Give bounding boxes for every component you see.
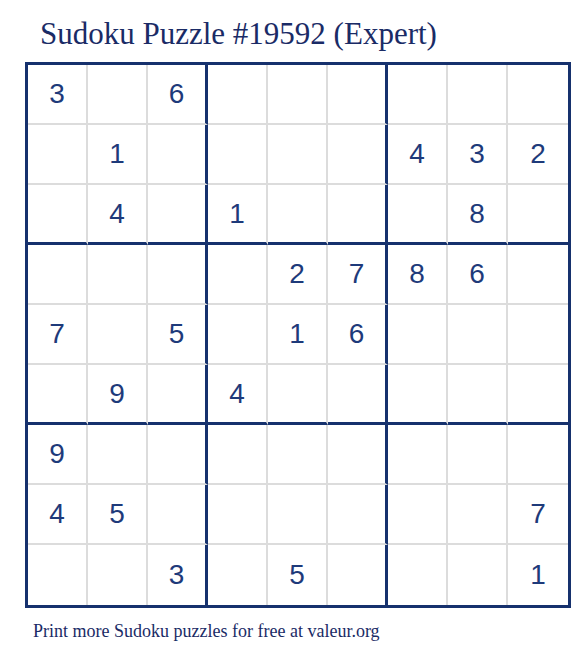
sudoku-cell-r6c3[interactable]	[148, 365, 208, 425]
sudoku-cell-r3c2[interactable]: 4	[88, 185, 148, 245]
sudoku-cell-r6c9[interactable]	[508, 365, 568, 425]
sudoku-cell-r8c2[interactable]: 5	[88, 485, 148, 545]
sudoku-cell-r6c4[interactable]: 4	[208, 365, 268, 425]
sudoku-cell-r4c7[interactable]: 8	[388, 245, 448, 305]
sudoku-board: 36143241827867516949457351	[25, 62, 571, 608]
sudoku-cell-r1c8[interactable]	[448, 65, 508, 125]
sudoku-cell-r1c4[interactable]	[208, 65, 268, 125]
sudoku-cell-r5c8[interactable]	[448, 305, 508, 365]
sudoku-cell-r5c9[interactable]	[508, 305, 568, 365]
sudoku-cell-r2c8[interactable]: 3	[448, 125, 508, 185]
sudoku-cell-r1c5[interactable]	[268, 65, 328, 125]
footer-text: Print more Sudoku puzzles for free at va…	[33, 621, 580, 642]
sudoku-cell-r7c5[interactable]	[268, 425, 328, 485]
sudoku-cell-r7c2[interactable]	[88, 425, 148, 485]
sudoku-cell-r7c1[interactable]: 9	[28, 425, 88, 485]
sudoku-cell-r8c5[interactable]	[268, 485, 328, 545]
sudoku-cell-r3c7[interactable]	[388, 185, 448, 245]
sudoku-cell-r4c1[interactable]	[28, 245, 88, 305]
sudoku-cell-r6c2[interactable]: 9	[88, 365, 148, 425]
sudoku-cell-r9c4[interactable]	[208, 545, 268, 605]
sudoku-cell-r9c1[interactable]	[28, 545, 88, 605]
sudoku-cell-r7c4[interactable]	[208, 425, 268, 485]
sudoku-cell-r1c3[interactable]: 6	[148, 65, 208, 125]
sudoku-cell-r4c4[interactable]	[208, 245, 268, 305]
sudoku-cell-r3c6[interactable]	[328, 185, 388, 245]
sudoku-cell-r8c1[interactable]: 4	[28, 485, 88, 545]
sudoku-cell-r7c7[interactable]	[388, 425, 448, 485]
sudoku-cell-r5c5[interactable]: 1	[268, 305, 328, 365]
sudoku-cell-r2c1[interactable]	[28, 125, 88, 185]
sudoku-cell-r9c2[interactable]	[88, 545, 148, 605]
sudoku-cell-r4c6[interactable]: 7	[328, 245, 388, 305]
sudoku-cell-r8c8[interactable]	[448, 485, 508, 545]
sudoku-cell-r3c1[interactable]	[28, 185, 88, 245]
sudoku-cell-r3c9[interactable]	[508, 185, 568, 245]
sudoku-cell-r8c4[interactable]	[208, 485, 268, 545]
sudoku-cell-r9c5[interactable]: 5	[268, 545, 328, 605]
sudoku-cell-r1c9[interactable]	[508, 65, 568, 125]
sudoku-cell-r1c7[interactable]	[388, 65, 448, 125]
sudoku-cell-r8c9[interactable]: 7	[508, 485, 568, 545]
sudoku-cell-r9c9[interactable]: 1	[508, 545, 568, 605]
sudoku-cell-r3c5[interactable]	[268, 185, 328, 245]
sudoku-cell-r6c7[interactable]	[388, 365, 448, 425]
sudoku-cell-r5c1[interactable]: 7	[28, 305, 88, 365]
sudoku-cell-r8c3[interactable]	[148, 485, 208, 545]
sudoku-cell-r1c1[interactable]: 3	[28, 65, 88, 125]
sudoku-cell-r3c4[interactable]: 1	[208, 185, 268, 245]
sudoku-cell-r1c6[interactable]	[328, 65, 388, 125]
sudoku-cell-r3c8[interactable]: 8	[448, 185, 508, 245]
sudoku-cell-r5c7[interactable]	[388, 305, 448, 365]
sudoku-cell-r2c2[interactable]: 1	[88, 125, 148, 185]
sudoku-cell-r2c3[interactable]	[148, 125, 208, 185]
sudoku-cell-r2c5[interactable]	[268, 125, 328, 185]
sudoku-cell-r5c4[interactable]	[208, 305, 268, 365]
sudoku-cell-r6c6[interactable]	[328, 365, 388, 425]
page-title: Sudoku Puzzle #19592 (Expert)	[40, 16, 580, 51]
sudoku-cell-r8c6[interactable]	[328, 485, 388, 545]
sudoku-cell-r7c6[interactable]	[328, 425, 388, 485]
sudoku-cell-r5c2[interactable]	[88, 305, 148, 365]
sudoku-cell-r4c3[interactable]	[148, 245, 208, 305]
sudoku-cell-r1c2[interactable]	[88, 65, 148, 125]
sudoku-cell-r4c5[interactable]: 2	[268, 245, 328, 305]
sudoku-cell-r2c7[interactable]: 4	[388, 125, 448, 185]
sudoku-cell-r6c8[interactable]	[448, 365, 508, 425]
sudoku-cell-r5c3[interactable]: 5	[148, 305, 208, 365]
sudoku-cell-r6c1[interactable]	[28, 365, 88, 425]
sudoku-cell-r6c5[interactable]	[268, 365, 328, 425]
sudoku-cell-r7c9[interactable]	[508, 425, 568, 485]
sudoku-cell-r2c9[interactable]: 2	[508, 125, 568, 185]
sudoku-cell-r2c6[interactable]	[328, 125, 388, 185]
sudoku-cell-r4c2[interactable]	[88, 245, 148, 305]
sudoku-cell-r9c8[interactable]	[448, 545, 508, 605]
sudoku-cell-r5c6[interactable]: 6	[328, 305, 388, 365]
sudoku-cell-r9c7[interactable]	[388, 545, 448, 605]
sudoku-cell-r4c8[interactable]: 6	[448, 245, 508, 305]
sudoku-cell-r7c3[interactable]	[148, 425, 208, 485]
sudoku-cell-r4c9[interactable]	[508, 245, 568, 305]
sudoku-cell-r3c3[interactable]	[148, 185, 208, 245]
sudoku-cell-r9c6[interactable]	[328, 545, 388, 605]
sudoku-cell-r9c3[interactable]: 3	[148, 545, 208, 605]
sudoku-cell-r2c4[interactable]	[208, 125, 268, 185]
sudoku-cell-r7c8[interactable]	[448, 425, 508, 485]
sudoku-cell-r8c7[interactable]	[388, 485, 448, 545]
